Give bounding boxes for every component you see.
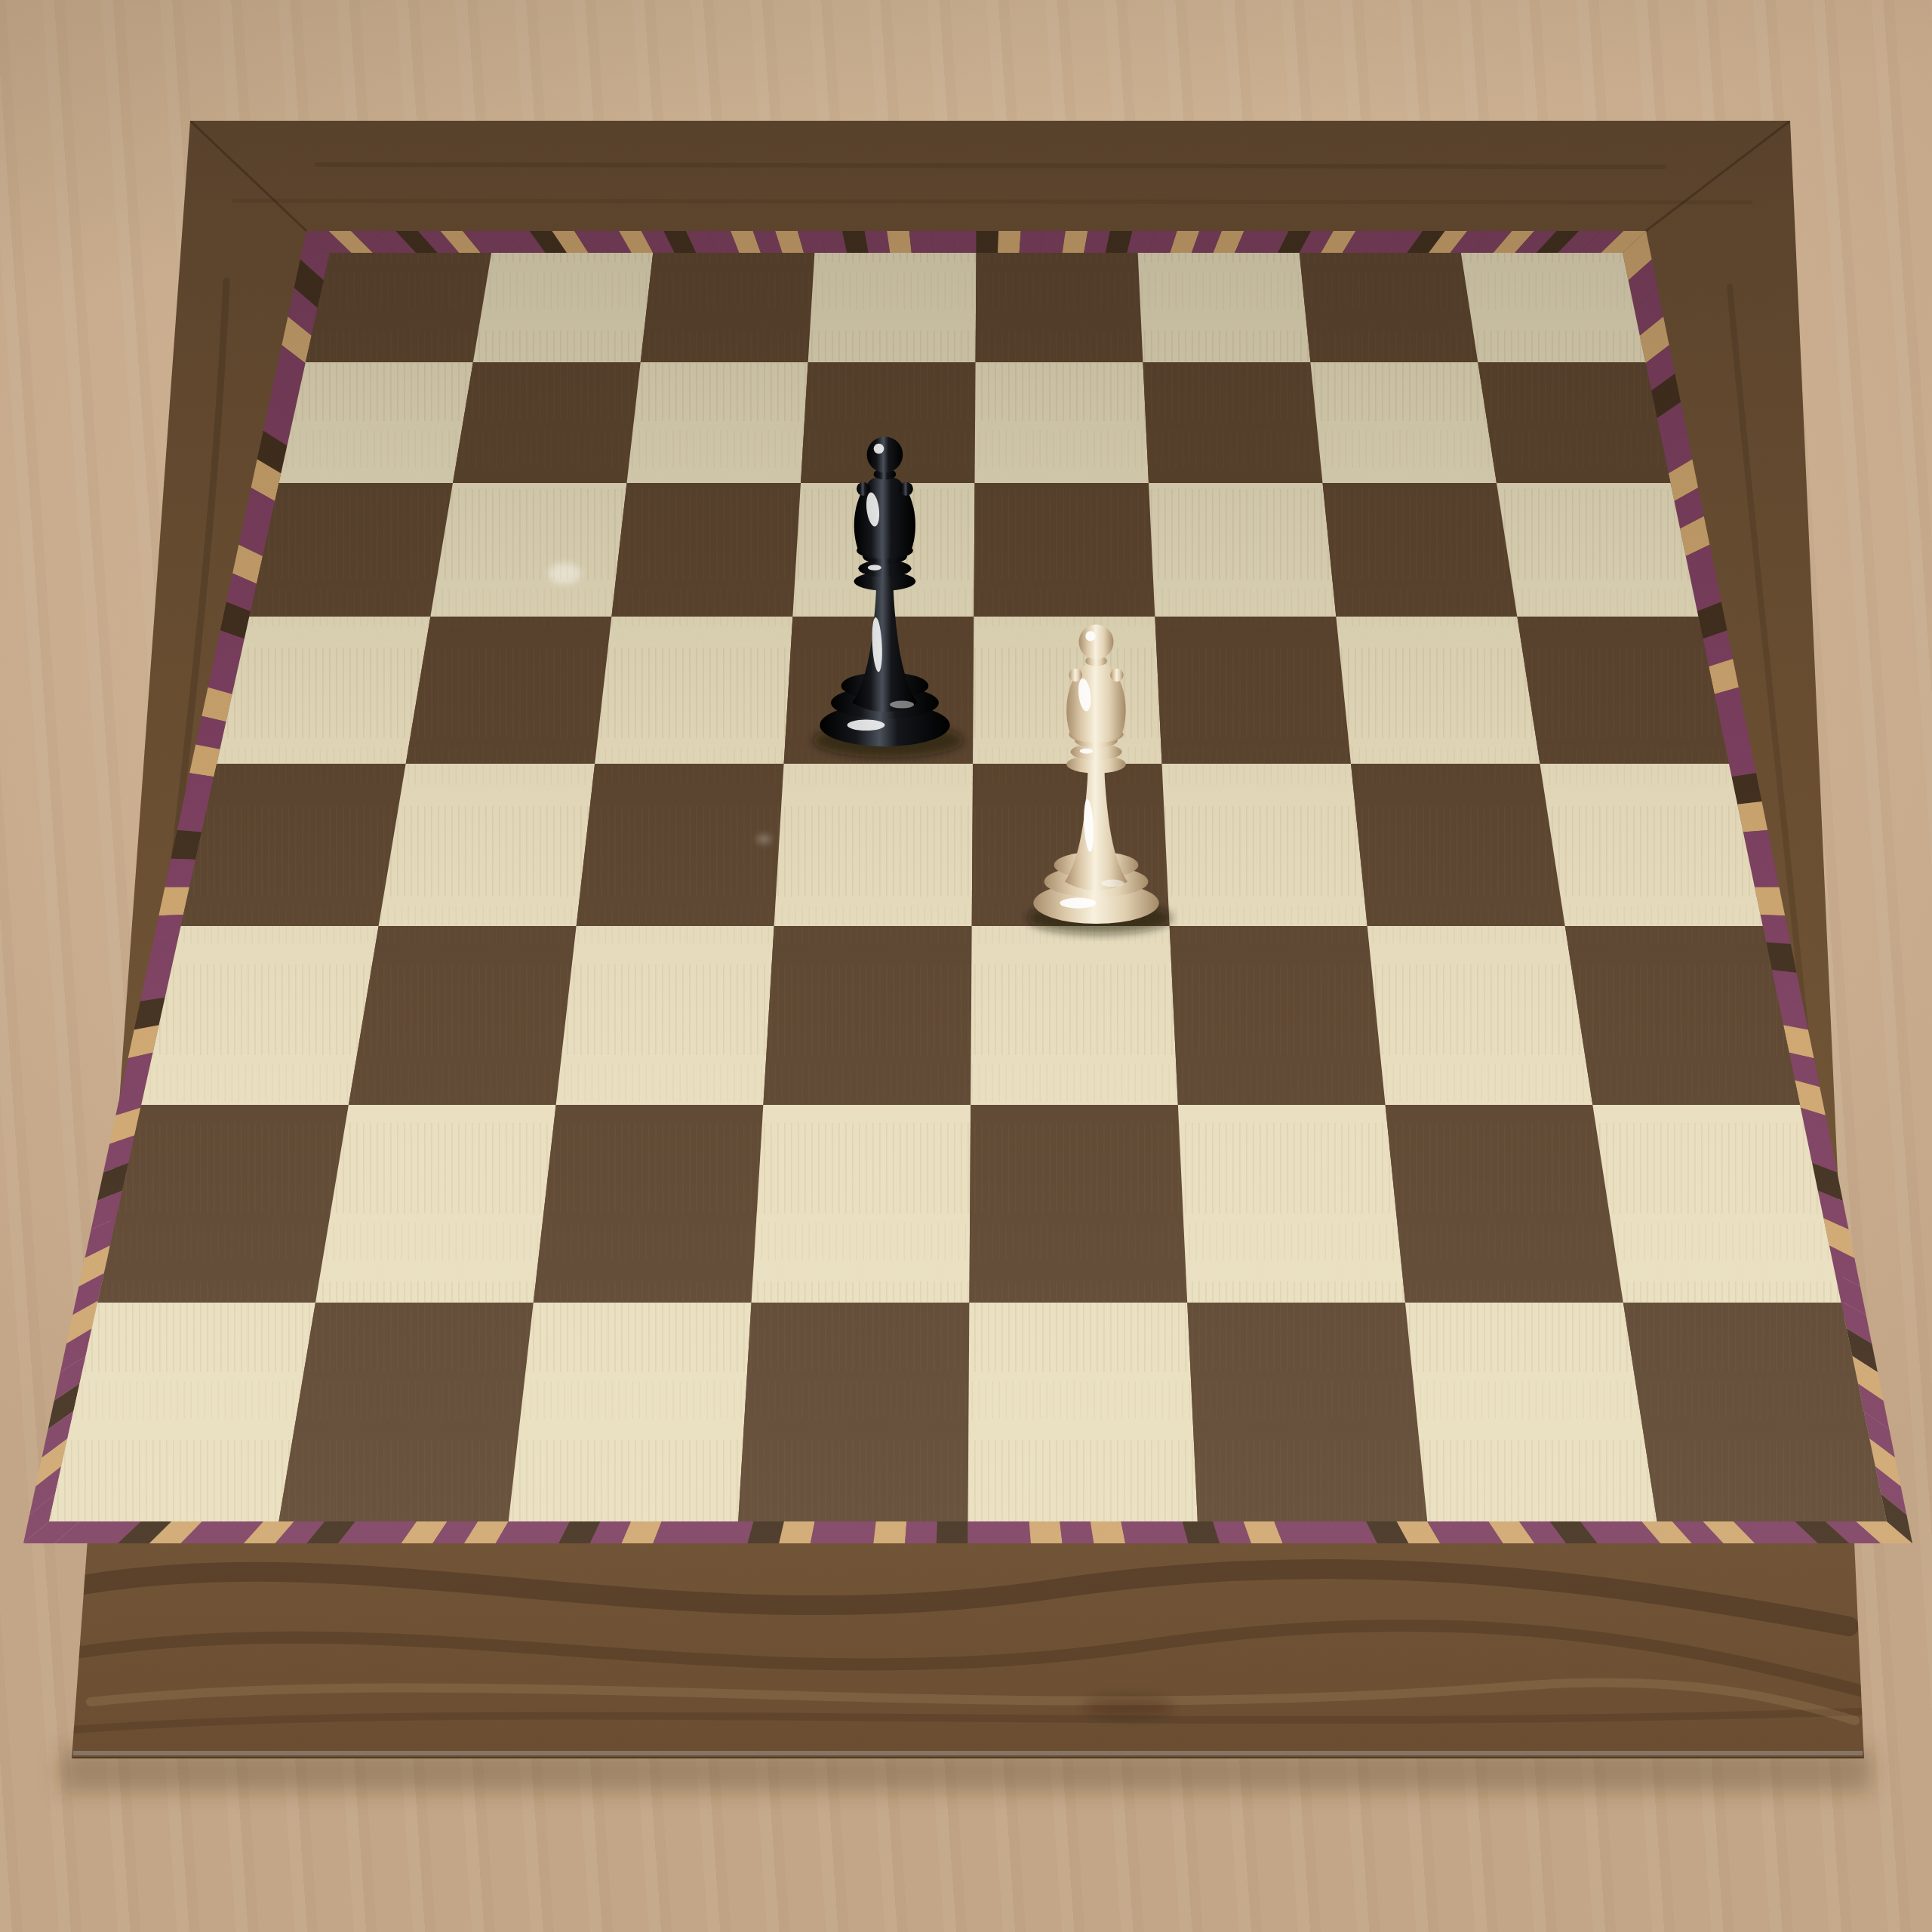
white-queen-piece[interactable] (1014, 541, 1179, 941)
chess-board (0, 0, 1932, 1932)
black-queen-piece[interactable] (799, 350, 971, 764)
glare-spot (756, 835, 771, 844)
glare-spot (548, 563, 581, 584)
photo-scene (0, 0, 1932, 1932)
